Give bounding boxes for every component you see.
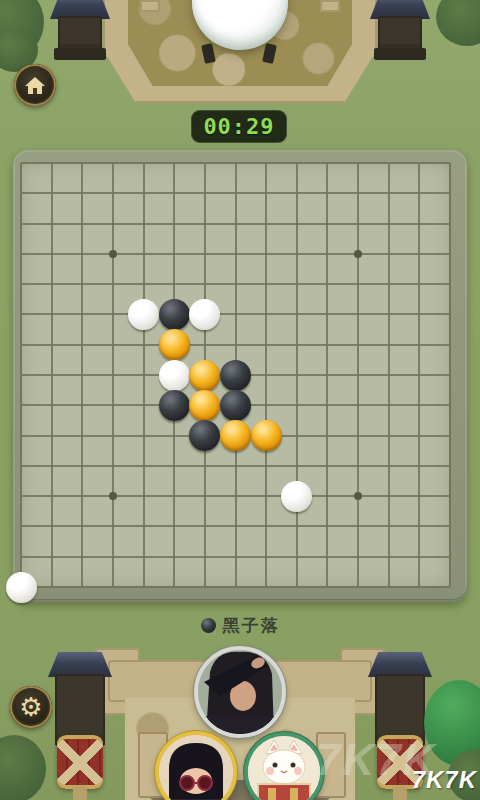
stone-gold (220, 420, 251, 451)
decor-tower-top-left (50, 0, 110, 64)
stone-gold (159, 329, 190, 360)
stone-black (159, 299, 190, 330)
gear-icon: ⚙ (19, 694, 42, 720)
decor-tower-body (378, 16, 422, 50)
home-icon (25, 77, 45, 94)
decor-lantern-tassel (393, 786, 407, 800)
timer: 00:29 (191, 110, 287, 143)
turn-label: 黑子落 (223, 614, 280, 637)
decor-lantern (57, 735, 103, 789)
star-point (354, 492, 362, 500)
player-avatar-top-photo (198, 650, 282, 734)
stone-white (281, 481, 312, 512)
grid-line (21, 465, 450, 467)
black-stone-icon (201, 618, 216, 633)
stone-gold (189, 390, 220, 421)
decor-wall-stub (320, 0, 340, 12)
timer-value: 00:29 (203, 114, 274, 139)
grid-line (21, 556, 450, 558)
stone-white (6, 572, 37, 603)
decor-wall-stub (140, 0, 160, 12)
decor-tower-base (374, 48, 426, 60)
top-scene: 00:29 (0, 0, 480, 150)
grid-line (21, 525, 450, 527)
star-point (109, 492, 117, 500)
decor-lantern-tassel (73, 786, 87, 800)
decor-bush (0, 735, 46, 800)
grid-line (265, 163, 267, 587)
grid-line (21, 586, 450, 588)
stone-black (189, 420, 220, 451)
stone-white (128, 299, 159, 330)
turn-indicator: 黑子落 (0, 612, 480, 638)
watermark-small: 7K7K (412, 766, 477, 794)
stone-white (159, 360, 190, 391)
grid-line (357, 163, 359, 587)
stone-black (220, 390, 251, 421)
grid-line (388, 163, 390, 587)
decor-tower-body (58, 16, 102, 50)
grid-line (21, 495, 450, 497)
grid-line (449, 163, 451, 587)
star-point (109, 250, 117, 258)
bottom-scene: ⚙ 7K7K 7K7K (0, 640, 480, 800)
stone-gold (251, 420, 282, 451)
stone-black (220, 360, 251, 391)
decor-bush (436, 0, 480, 46)
star-point (354, 250, 362, 258)
board-grid (21, 163, 450, 587)
game-screen: 00:29 黑子落 ⚙ (0, 0, 480, 800)
decor-tower-base (54, 48, 106, 60)
grid-line (418, 163, 420, 587)
grid-line (326, 163, 328, 587)
settings-button[interactable]: ⚙ (10, 686, 52, 728)
stone-gold (189, 360, 220, 391)
home-button[interactable] (14, 64, 56, 106)
stone-black (159, 390, 190, 421)
player-avatar-left-photo (159, 735, 233, 800)
stone-white (189, 299, 220, 330)
gomoku-board[interactable] (13, 150, 467, 602)
home-icon-door (33, 88, 37, 94)
player-avatar-right-photo (248, 736, 320, 800)
home-icon-roof (25, 77, 45, 86)
decor-tower-top-right (370, 0, 430, 64)
player-avatar-top[interactable] (194, 646, 286, 738)
grid-line (296, 163, 298, 587)
